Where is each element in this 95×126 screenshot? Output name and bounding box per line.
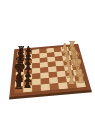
- chess-board: [9, 44, 91, 97]
- board-square: [76, 81, 86, 88]
- board-square: [14, 86, 23, 93]
- board-square: [23, 85, 32, 92]
- product-photo: ♜♞♝♛♚♝♞♜♟♟♟♟♟♟♟♟♟♟♟♟♟♟♟♟♜♞♝♛♚♝♞♜: [0, 0, 95, 126]
- board-square: [32, 85, 41, 92]
